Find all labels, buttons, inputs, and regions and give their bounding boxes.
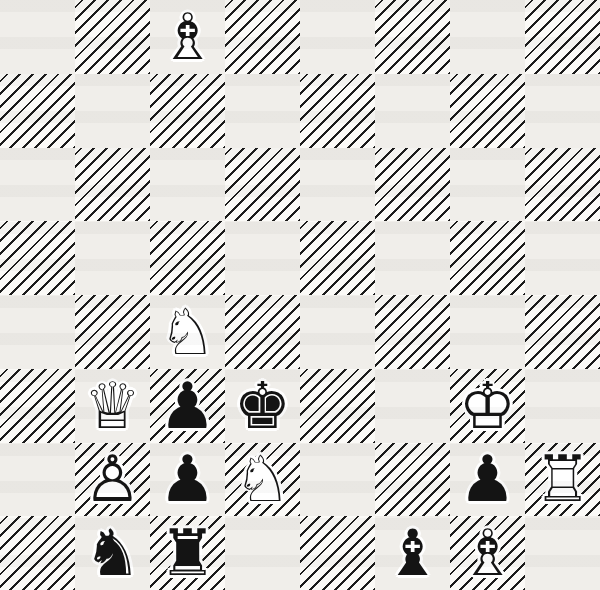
square-c4[interactable]: ♞♘ xyxy=(150,295,225,369)
square-h4[interactable] xyxy=(525,295,600,369)
square-h7[interactable] xyxy=(525,74,600,148)
white-knight-icon[interactable]: ♞♘ xyxy=(150,295,225,369)
square-h5[interactable] xyxy=(525,221,600,295)
black-bishop-icon[interactable]: ♝♝ xyxy=(375,516,450,590)
white-pawn-glyph: ♙ xyxy=(75,443,150,517)
white-king-glyph: ♔ xyxy=(450,369,525,443)
square-a7[interactable] xyxy=(0,74,75,148)
square-e1[interactable] xyxy=(300,516,375,590)
square-g7[interactable] xyxy=(450,74,525,148)
square-h2[interactable]: ♜♖ xyxy=(525,443,600,517)
chess-diagram: ♝♗♞♘♛♕♟♟♚♚♚♔♟♙♟♟♞♘♟♟♜♖♞♞♜♜♝♝♝♗ xyxy=(0,0,600,590)
square-e2[interactable] xyxy=(300,443,375,517)
square-f3[interactable] xyxy=(375,369,450,443)
square-f2[interactable] xyxy=(375,443,450,517)
square-a5[interactable] xyxy=(0,221,75,295)
black-pawn-glyph: ♟ xyxy=(150,369,225,443)
square-f4[interactable] xyxy=(375,295,450,369)
white-knight-glyph: ♘ xyxy=(150,295,225,369)
square-a4[interactable] xyxy=(0,295,75,369)
black-pawn-glyph: ♟ xyxy=(450,443,525,517)
black-king-glyph: ♚ xyxy=(225,369,300,443)
square-d6[interactable] xyxy=(225,148,300,222)
square-e5[interactable] xyxy=(300,221,375,295)
square-d4[interactable] xyxy=(225,295,300,369)
square-c3[interactable]: ♟♟ xyxy=(150,369,225,443)
square-c1[interactable]: ♜♜ xyxy=(150,516,225,590)
white-bishop-icon[interactable]: ♝♗ xyxy=(450,516,525,590)
black-pawn-icon[interactable]: ♟♟ xyxy=(450,443,525,517)
square-c7[interactable] xyxy=(150,74,225,148)
square-h1[interactable] xyxy=(525,516,600,590)
square-d8[interactable] xyxy=(225,0,300,74)
square-b5[interactable] xyxy=(75,221,150,295)
square-e6[interactable] xyxy=(300,148,375,222)
white-bishop-icon[interactable]: ♝♗ xyxy=(150,0,225,74)
black-rook-icon[interactable]: ♜♜ xyxy=(150,516,225,590)
square-f6[interactable] xyxy=(375,148,450,222)
square-b2[interactable]: ♟♙ xyxy=(75,443,150,517)
square-g4[interactable] xyxy=(450,295,525,369)
white-rook-icon[interactable]: ♜♖ xyxy=(525,443,600,517)
black-knight-icon[interactable]: ♞♞ xyxy=(75,516,150,590)
square-a1[interactable] xyxy=(0,516,75,590)
square-h8[interactable] xyxy=(525,0,600,74)
black-pawn-glyph: ♟ xyxy=(150,443,225,517)
black-pawn-icon[interactable]: ♟♟ xyxy=(150,369,225,443)
square-g1[interactable]: ♝♗ xyxy=(450,516,525,590)
square-h3[interactable] xyxy=(525,369,600,443)
square-g8[interactable] xyxy=(450,0,525,74)
square-c2[interactable]: ♟♟ xyxy=(150,443,225,517)
square-d7[interactable] xyxy=(225,74,300,148)
square-b8[interactable] xyxy=(75,0,150,74)
white-pawn-icon[interactable]: ♟♙ xyxy=(75,443,150,517)
white-queen-icon[interactable]: ♛♕ xyxy=(75,369,150,443)
square-a2[interactable] xyxy=(0,443,75,517)
white-bishop-glyph: ♗ xyxy=(150,0,225,74)
square-g3[interactable]: ♚♔ xyxy=(450,369,525,443)
square-g2[interactable]: ♟♟ xyxy=(450,443,525,517)
square-f7[interactable] xyxy=(375,74,450,148)
square-a6[interactable] xyxy=(0,148,75,222)
square-b1[interactable]: ♞♞ xyxy=(75,516,150,590)
square-f1[interactable]: ♝♝ xyxy=(375,516,450,590)
white-bishop-glyph: ♗ xyxy=(450,516,525,590)
white-knight-icon[interactable]: ♞♘ xyxy=(225,443,300,517)
square-b3[interactable]: ♛♕ xyxy=(75,369,150,443)
square-e4[interactable] xyxy=(300,295,375,369)
square-c5[interactable] xyxy=(150,221,225,295)
square-f8[interactable] xyxy=(375,0,450,74)
square-a3[interactable] xyxy=(0,369,75,443)
black-rook-glyph: ♜ xyxy=(150,516,225,590)
square-e7[interactable] xyxy=(300,74,375,148)
black-king-icon[interactable]: ♚♚ xyxy=(225,369,300,443)
square-d2[interactable]: ♞♘ xyxy=(225,443,300,517)
white-king-icon[interactable]: ♚♔ xyxy=(450,369,525,443)
square-e8[interactable] xyxy=(300,0,375,74)
black-bishop-glyph: ♝ xyxy=(375,516,450,590)
chess-board: ♝♗♞♘♛♕♟♟♚♚♚♔♟♙♟♟♞♘♟♟♜♖♞♞♜♜♝♝♝♗ xyxy=(0,0,600,590)
square-c6[interactable] xyxy=(150,148,225,222)
square-f5[interactable] xyxy=(375,221,450,295)
black-pawn-icon[interactable]: ♟♟ xyxy=(150,443,225,517)
square-a8[interactable] xyxy=(0,0,75,74)
square-b7[interactable] xyxy=(75,74,150,148)
square-c8[interactable]: ♝♗ xyxy=(150,0,225,74)
square-d5[interactable] xyxy=(225,221,300,295)
square-b6[interactable] xyxy=(75,148,150,222)
square-e3[interactable] xyxy=(300,369,375,443)
square-b4[interactable] xyxy=(75,295,150,369)
square-g6[interactable] xyxy=(450,148,525,222)
black-knight-glyph: ♞ xyxy=(75,516,150,590)
white-knight-glyph: ♘ xyxy=(225,443,300,517)
white-rook-glyph: ♖ xyxy=(525,443,600,517)
square-d3[interactable]: ♚♚ xyxy=(225,369,300,443)
square-h6[interactable] xyxy=(525,148,600,222)
square-g5[interactable] xyxy=(450,221,525,295)
square-d1[interactable] xyxy=(225,516,300,590)
white-queen-glyph: ♕ xyxy=(75,369,150,443)
